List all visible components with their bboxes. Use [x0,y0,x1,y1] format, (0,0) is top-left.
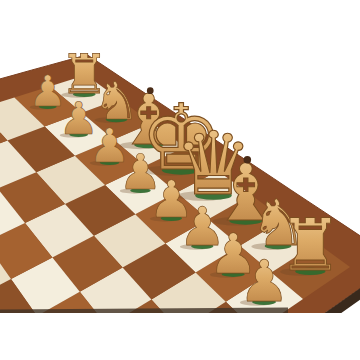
pawn-glyph: ♟ [238,248,289,315]
chess-board: ♜♟♞♟♝♟♚♟♛♟♝♞♟♜♟♟ [0,0,360,360]
piece-white-pawn-a2: ♟ [238,248,289,315]
bishop-finial [244,156,252,164]
background-mask [0,313,360,360]
chess-set-photo: ♜♟♞♟♝♟♚♟♛♟♝♞♟♜♟♟ [0,0,360,360]
